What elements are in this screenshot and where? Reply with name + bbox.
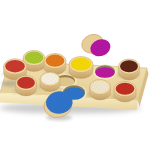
touch-memo-board-photo — [0, 0, 150, 150]
photo-scene — [0, 0, 150, 150]
disc-magenta[interactable] — [93, 65, 117, 80]
